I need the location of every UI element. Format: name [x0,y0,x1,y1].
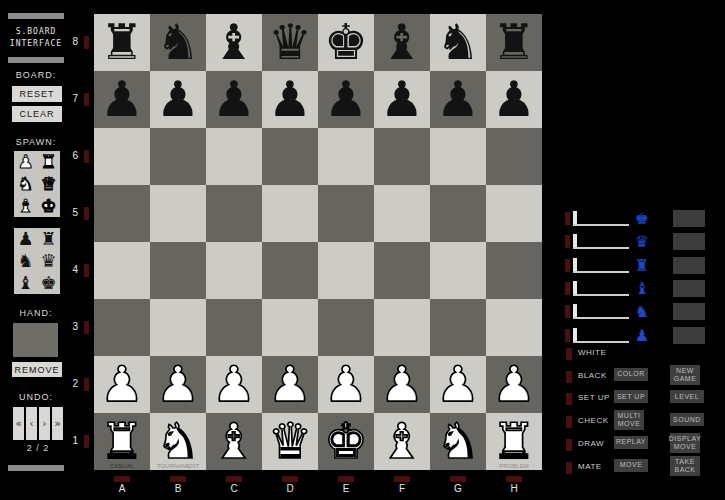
status-led-mate [566,462,572,474]
black-pawn-piece: ♟ [380,71,424,128]
spawn-black-pawn[interactable]: ♟ [14,228,37,250]
rank-label-6: 6 [64,150,78,161]
black-rook-piece: ♜ [492,14,536,71]
square-c1[interactable]: ♝ [206,413,262,470]
slider-led [565,259,570,272]
undo-last-button[interactable]: » [52,407,63,440]
piece-slider-row-rook: ♜ [563,257,710,275]
square-g3[interactable] [430,299,486,356]
color-button[interactable]: COLOR [614,368,648,381]
square-b5[interactable] [150,185,206,242]
square-a3[interactable] [94,299,150,356]
slider-led [565,212,570,225]
black-bishop-piece: ♝ [380,14,424,71]
square-c7[interactable]: ♟ [206,71,262,128]
slider-led [565,282,570,295]
square-b4[interactable] [150,242,206,299]
square-h3[interactable] [486,299,542,356]
file-label-a: A [94,483,150,494]
square-e6[interactable] [318,128,374,185]
square-d7[interactable]: ♟ [262,71,318,128]
square-c2[interactable]: ♟ [206,356,262,413]
rank-led-3 [84,321,89,334]
square-f6[interactable] [374,128,430,185]
square-g8[interactable]: ♞ [430,14,486,71]
rank-led-5 [84,207,89,220]
undo-back-button[interactable]: ‹ [26,407,37,440]
chess-board: ♜♞♝♛♚♝♞♜♟♟♟♟♟♟♟♟♟♟♟♟♟♟♟♟♜CASUAL♞TOURNAME… [94,14,542,470]
black-knight-piece: ♞ [436,14,480,71]
square-e5[interactable] [318,185,374,242]
white-pawn-piece: ♟ [436,356,480,413]
status-label: MATE [578,462,602,471]
file-label-b: B [150,483,206,494]
rank-led-2 [84,378,89,391]
white-knight-piece: ♞ [436,413,480,470]
white-knight-piece: ♞ [156,413,200,470]
knight-icon: ♞ [631,303,653,321]
white-pawn-piece: ♟ [324,356,368,413]
level-button[interactable]: LEVEL [670,390,704,403]
white-pawn-piece: ♟ [156,356,200,413]
white-pawn-piece: ♟ [268,356,312,413]
white-queen-piece: ♛ [268,413,312,470]
file-label-g: G [430,483,486,494]
black-pawn-piece: ♟ [324,71,368,128]
file-label-c: C [206,483,262,494]
white-rook-piece: ♜ [492,413,536,470]
black-pawn-piece: ♟ [492,71,536,128]
square-e7[interactable]: ♟ [318,71,374,128]
square-f2[interactable]: ♟ [374,356,430,413]
square-h1[interactable]: ♜PROBLEM [486,413,542,470]
rank-led-4 [84,264,89,277]
piece-slider-row-pawn: ♟ [563,327,710,345]
file-label-f: F [374,483,430,494]
square-b8[interactable]: ♞ [150,14,206,71]
black-queen-piece: ♛ [268,14,312,71]
queen-icon: ♛ [631,233,653,251]
square-d1[interactable]: ♛ [262,413,318,470]
square-g6[interactable] [430,128,486,185]
square-d8[interactable]: ♛ [262,14,318,71]
square-a8[interactable]: ♜ [94,14,150,71]
white-pawn-piece: ♟ [212,356,256,413]
status-led-set-up [566,393,572,405]
square-h2[interactable]: ♟ [486,356,542,413]
take-back-button[interactable]: TAKE BACK [670,456,700,476]
status-led-white [566,348,572,360]
board-section-label: BOARD: [0,70,72,80]
reset-button[interactable]: RESET [12,86,62,102]
rank-label-2: 2 [64,378,78,389]
spawn-white-rook[interactable]: ♜ [37,151,60,173]
square-d5[interactable] [262,185,318,242]
status-row-white: WHITE [563,344,713,364]
sidebar-divider-bottom [8,465,64,471]
spawn-black-rook[interactable]: ♜ [37,228,60,250]
file-label-e: E [318,483,374,494]
status-led-draw [566,439,572,451]
status-label: SET UP [578,393,610,402]
piece-slider-row-knight: ♞ [563,303,710,321]
sidebar-divider-2 [8,57,64,63]
square-g2[interactable]: ♟ [430,356,486,413]
rank-label-8: 8 [64,36,78,47]
square-c3[interactable] [206,299,262,356]
square-b1[interactable]: ♞TOURNAMENT [150,413,206,470]
set-up-button[interactable]: SET UP [614,390,648,403]
square-mode-label-a1: CASUAL [94,463,150,469]
spawn-white-pawn[interactable]: ♟ [14,151,37,173]
square-h5[interactable] [486,185,542,242]
white-pawn-piece: ♟ [100,356,144,413]
square-f8[interactable]: ♝ [374,14,430,71]
slider-track[interactable] [573,271,629,273]
square-mode-label-b1: TOURNAMENT [150,463,206,469]
rank-led-7 [84,93,89,106]
piece-slider-row-king: ♚ [563,210,710,228]
rank-label-5: 5 [64,207,78,218]
square-g7[interactable]: ♟ [430,71,486,128]
spawn-palette-white: ♟♜♞♛♝♚ [14,151,60,217]
square-f4[interactable] [374,242,430,299]
square-f1[interactable]: ♝ [374,413,430,470]
hand-section-label: HAND: [0,308,72,318]
square-g1[interactable]: ♞ [430,413,486,470]
white-king-piece: ♚ [324,413,368,470]
file-led-g [450,476,466,482]
rank-led-8 [84,36,89,49]
rank-led-1 [84,435,89,448]
square-d6[interactable] [262,128,318,185]
square-c8[interactable]: ♝ [206,14,262,71]
piece-count-display [673,327,705,344]
slider-track[interactable] [573,294,629,296]
black-bishop-piece: ♝ [212,14,256,71]
move-button[interactable]: MOVE [614,459,648,472]
black-rook-piece: ♜ [100,14,144,71]
square-c6[interactable] [206,128,262,185]
status-led-check [566,416,572,428]
square-a5[interactable] [94,185,150,242]
square-b3[interactable] [150,299,206,356]
undo-first-button[interactable]: « [13,407,24,440]
pawn-icon: ♟ [631,327,653,345]
spawn-black-queen[interactable]: ♛ [37,250,60,272]
piece-count-display [673,303,705,320]
square-c5[interactable] [206,185,262,242]
file-label-d: D [262,483,318,494]
status-label: BLACK [578,371,607,380]
square-f3[interactable] [374,299,430,356]
slider-led [565,235,570,248]
file-led-a [114,476,130,482]
rank-led-6 [84,150,89,163]
square-e2[interactable]: ♟ [318,356,374,413]
square-e8[interactable]: ♚ [318,14,374,71]
rank-label-3: 3 [64,321,78,332]
display-move-button[interactable]: DISPLAY MOVE [670,433,700,453]
status-label: DRAW [578,439,604,448]
rank-label-4: 4 [64,264,78,275]
undo-forward-button[interactable]: › [39,407,50,440]
slider-led [565,329,570,342]
square-b7[interactable]: ♟ [150,71,206,128]
black-pawn-piece: ♟ [436,71,480,128]
square-a2[interactable]: ♟ [94,356,150,413]
white-bishop-piece: ♝ [380,413,424,470]
black-pawn-piece: ♟ [212,71,256,128]
bishop-icon: ♝ [631,280,653,298]
status-label: CHECK [578,416,609,425]
piece-slider-row-bishop: ♝ [563,280,710,298]
square-a1[interactable]: ♜CASUAL [94,413,150,470]
slider-track[interactable] [573,224,629,226]
spawn-white-queen[interactable]: ♛ [37,173,60,195]
square-f7[interactable]: ♟ [374,71,430,128]
rook-icon: ♜ [631,257,653,275]
status-led-black [566,371,572,383]
slider-track[interactable] [573,247,629,249]
spawn-white-king[interactable]: ♚ [37,195,60,217]
spawn-black-bishop[interactable]: ♝ [14,272,37,294]
square-a6[interactable] [94,128,150,185]
square-e3[interactable] [318,299,374,356]
piece-count-display [673,233,705,250]
square-g4[interactable] [430,242,486,299]
square-h7[interactable]: ♟ [486,71,542,128]
remove-button[interactable]: REMOVE [12,362,62,377]
file-led-c [226,476,242,482]
black-pawn-piece: ♟ [156,71,200,128]
slider-track[interactable] [573,317,629,319]
replay-button[interactable]: REPLAY [614,436,648,449]
square-b6[interactable] [150,128,206,185]
black-knight-piece: ♞ [156,14,200,71]
white-pawn-piece: ♟ [380,356,424,413]
square-mode-label-h1: PROBLEM [486,463,542,469]
multi-move-button[interactable]: MULTI MOVE [614,410,644,430]
spawn-palette-black: ♟♜♞♛♝♚ [14,228,60,294]
square-d4[interactable] [262,242,318,299]
file-led-d [282,476,298,482]
file-label-h: H [486,483,542,494]
hand-slot[interactable] [13,323,58,357]
square-g5[interactable] [430,185,486,242]
white-bishop-piece: ♝ [212,413,256,470]
rank-label-1: 1 [64,435,78,446]
piece-count-display [673,257,705,274]
app-title: S.BOARDINTERFACE [0,26,72,50]
sidebar-divider-top [8,13,64,19]
white-pawn-piece: ♟ [492,356,536,413]
square-a7[interactable]: ♟ [94,71,150,128]
white-rook-piece: ♜ [100,413,144,470]
file-led-h [506,476,522,482]
rank-label-7: 7 [64,93,78,104]
black-pawn-piece: ♟ [100,71,144,128]
undo-section-label: UNDO: [0,392,72,402]
square-e4[interactable] [318,242,374,299]
spawn-black-king[interactable]: ♚ [37,272,60,294]
undo-controls: «‹›» [13,407,63,440]
black-king-piece: ♚ [324,14,368,71]
square-d2[interactable]: ♟ [262,356,318,413]
square-c4[interactable] [206,242,262,299]
spawn-white-knight[interactable]: ♞ [14,173,37,195]
file-led-e [338,476,354,482]
sound-button[interactable]: SOUND [670,413,704,426]
square-f5[interactable] [374,185,430,242]
file-led-b [170,476,186,482]
square-h4[interactable] [486,242,542,299]
spawn-black-knight[interactable]: ♞ [14,250,37,272]
square-a4[interactable] [94,242,150,299]
new-game-button[interactable]: NEW GAME [670,365,700,385]
spawn-white-bishop[interactable]: ♝ [14,195,37,217]
square-d3[interactable] [262,299,318,356]
black-pawn-piece: ♟ [268,71,312,128]
piece-slider-row-queen: ♛ [563,233,710,251]
file-led-f [394,476,410,482]
piece-count-display [673,210,705,227]
king-icon: ♚ [631,210,653,228]
slider-track[interactable] [573,341,629,343]
clear-button[interactable]: CLEAR [12,106,62,122]
spawn-section-label: SPAWN: [0,137,72,147]
square-h6[interactable] [486,128,542,185]
status-label: WHITE [578,348,606,357]
square-e1[interactable]: ♚ [318,413,374,470]
square-b2[interactable]: ♟ [150,356,206,413]
piece-count-display [673,280,705,297]
square-h8[interactable]: ♜ [486,14,542,71]
slider-led [565,305,570,318]
